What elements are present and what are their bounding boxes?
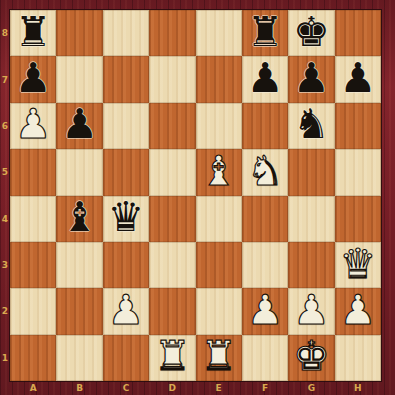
square-a1[interactable] bbox=[10, 335, 56, 381]
square-d6[interactable] bbox=[149, 103, 195, 149]
square-f4[interactable] bbox=[242, 196, 288, 242]
square-h8[interactable] bbox=[335, 10, 381, 56]
square-g2[interactable]: ♟ bbox=[288, 288, 334, 334]
square-c3[interactable] bbox=[103, 242, 149, 288]
square-h2[interactable]: ♟ bbox=[335, 288, 381, 334]
square-g8[interactable]: ♚ bbox=[288, 10, 334, 56]
square-e5[interactable]: ♝ bbox=[196, 149, 242, 195]
square-c7[interactable] bbox=[103, 56, 149, 102]
square-g7[interactable]: ♟ bbox=[288, 56, 334, 102]
file-label-f: F bbox=[242, 381, 288, 395]
square-c6[interactable] bbox=[103, 103, 149, 149]
square-e7[interactable] bbox=[196, 56, 242, 102]
rank-label-8: 8 bbox=[0, 10, 10, 56]
black-bishop[interactable]: ♝ bbox=[61, 197, 98, 238]
black-pawn[interactable]: ♟ bbox=[293, 58, 330, 99]
file-label-b: B bbox=[56, 381, 102, 395]
file-label-a: A bbox=[10, 381, 56, 395]
square-c4[interactable]: ♛ bbox=[103, 196, 149, 242]
rank-label-2: 2 bbox=[0, 288, 10, 334]
square-f3[interactable] bbox=[242, 242, 288, 288]
square-e8[interactable] bbox=[196, 10, 242, 56]
white-queen[interactable]: ♛ bbox=[339, 244, 376, 285]
white-king[interactable]: ♚ bbox=[293, 336, 330, 377]
square-g4[interactable] bbox=[288, 196, 334, 242]
square-e1[interactable]: ♜ bbox=[196, 335, 242, 381]
white-pawn[interactable]: ♟ bbox=[15, 104, 52, 145]
square-e3[interactable] bbox=[196, 242, 242, 288]
square-a7[interactable]: ♟ bbox=[10, 56, 56, 102]
rank-label-7: 7 bbox=[0, 56, 10, 102]
square-a3[interactable] bbox=[10, 242, 56, 288]
file-label-h: H bbox=[335, 381, 381, 395]
square-c1[interactable] bbox=[103, 335, 149, 381]
square-c8[interactable] bbox=[103, 10, 149, 56]
chessboard: ♜♜♚♟♟♟♟♟♟♞♝♞♝♛♛♟♟♟♟♜♜♚ bbox=[10, 10, 381, 381]
square-g5[interactable] bbox=[288, 149, 334, 195]
white-pawn[interactable]: ♟ bbox=[293, 290, 330, 331]
square-d7[interactable] bbox=[149, 56, 195, 102]
square-b8[interactable] bbox=[56, 10, 102, 56]
square-e4[interactable] bbox=[196, 196, 242, 242]
white-knight[interactable]: ♞ bbox=[247, 151, 284, 192]
square-b3[interactable] bbox=[56, 242, 102, 288]
square-b5[interactable] bbox=[56, 149, 102, 195]
file-label-g: G bbox=[288, 381, 334, 395]
square-g1[interactable]: ♚ bbox=[288, 335, 334, 381]
black-pawn[interactable]: ♟ bbox=[339, 58, 376, 99]
square-f8[interactable]: ♜ bbox=[242, 10, 288, 56]
white-rook[interactable]: ♜ bbox=[154, 336, 191, 377]
square-g6[interactable]: ♞ bbox=[288, 103, 334, 149]
black-queen[interactable]: ♛ bbox=[108, 197, 145, 238]
rank-label-3: 3 bbox=[0, 242, 10, 288]
square-a6[interactable]: ♟ bbox=[10, 103, 56, 149]
square-a5[interactable] bbox=[10, 149, 56, 195]
square-d8[interactable] bbox=[149, 10, 195, 56]
black-pawn[interactable]: ♟ bbox=[15, 58, 52, 99]
black-pawn[interactable]: ♟ bbox=[61, 104, 98, 145]
square-d2[interactable] bbox=[149, 288, 195, 334]
white-pawn[interactable]: ♟ bbox=[247, 290, 284, 331]
square-c2[interactable]: ♟ bbox=[103, 288, 149, 334]
white-pawn[interactable]: ♟ bbox=[108, 290, 145, 331]
white-rook[interactable]: ♜ bbox=[200, 336, 237, 377]
square-h7[interactable]: ♟ bbox=[335, 56, 381, 102]
black-rook[interactable]: ♜ bbox=[247, 12, 284, 53]
file-label-e: E bbox=[196, 381, 242, 395]
square-h6[interactable] bbox=[335, 103, 381, 149]
square-d5[interactable] bbox=[149, 149, 195, 195]
square-b7[interactable] bbox=[56, 56, 102, 102]
square-a8[interactable]: ♜ bbox=[10, 10, 56, 56]
square-f1[interactable] bbox=[242, 335, 288, 381]
square-e6[interactable] bbox=[196, 103, 242, 149]
file-label-c: C bbox=[103, 381, 149, 395]
rank-label-5: 5 bbox=[0, 149, 10, 195]
square-d3[interactable] bbox=[149, 242, 195, 288]
square-f2[interactable]: ♟ bbox=[242, 288, 288, 334]
square-h5[interactable] bbox=[335, 149, 381, 195]
square-d4[interactable] bbox=[149, 196, 195, 242]
white-bishop[interactable]: ♝ bbox=[200, 151, 237, 192]
square-h3[interactable]: ♛ bbox=[335, 242, 381, 288]
black-pawn[interactable]: ♟ bbox=[247, 58, 284, 99]
square-e2[interactable] bbox=[196, 288, 242, 334]
square-b6[interactable]: ♟ bbox=[56, 103, 102, 149]
square-a4[interactable] bbox=[10, 196, 56, 242]
square-b1[interactable] bbox=[56, 335, 102, 381]
black-knight[interactable]: ♞ bbox=[293, 104, 330, 145]
square-b4[interactable]: ♝ bbox=[56, 196, 102, 242]
rank-label-1: 1 bbox=[0, 335, 10, 381]
square-f5[interactable]: ♞ bbox=[242, 149, 288, 195]
square-c5[interactable] bbox=[103, 149, 149, 195]
square-g3[interactable] bbox=[288, 242, 334, 288]
square-a2[interactable] bbox=[10, 288, 56, 334]
square-d1[interactable]: ♜ bbox=[149, 335, 195, 381]
square-f6[interactable] bbox=[242, 103, 288, 149]
square-b2[interactable] bbox=[56, 288, 102, 334]
black-rook[interactable]: ♜ bbox=[15, 12, 52, 53]
rank-label-4: 4 bbox=[0, 196, 10, 242]
square-f7[interactable]: ♟ bbox=[242, 56, 288, 102]
white-pawn[interactable]: ♟ bbox=[339, 290, 376, 331]
rank-label-6: 6 bbox=[0, 103, 10, 149]
black-king[interactable]: ♚ bbox=[293, 12, 330, 53]
square-h1[interactable] bbox=[335, 335, 381, 381]
square-h4[interactable] bbox=[335, 196, 381, 242]
file-label-d: D bbox=[149, 381, 195, 395]
chessboard-frame: ♜♜♚♟♟♟♟♟♟♞♝♞♝♛♛♟♟♟♟♜♜♚ 87654321ABCDEFGH bbox=[0, 0, 395, 395]
